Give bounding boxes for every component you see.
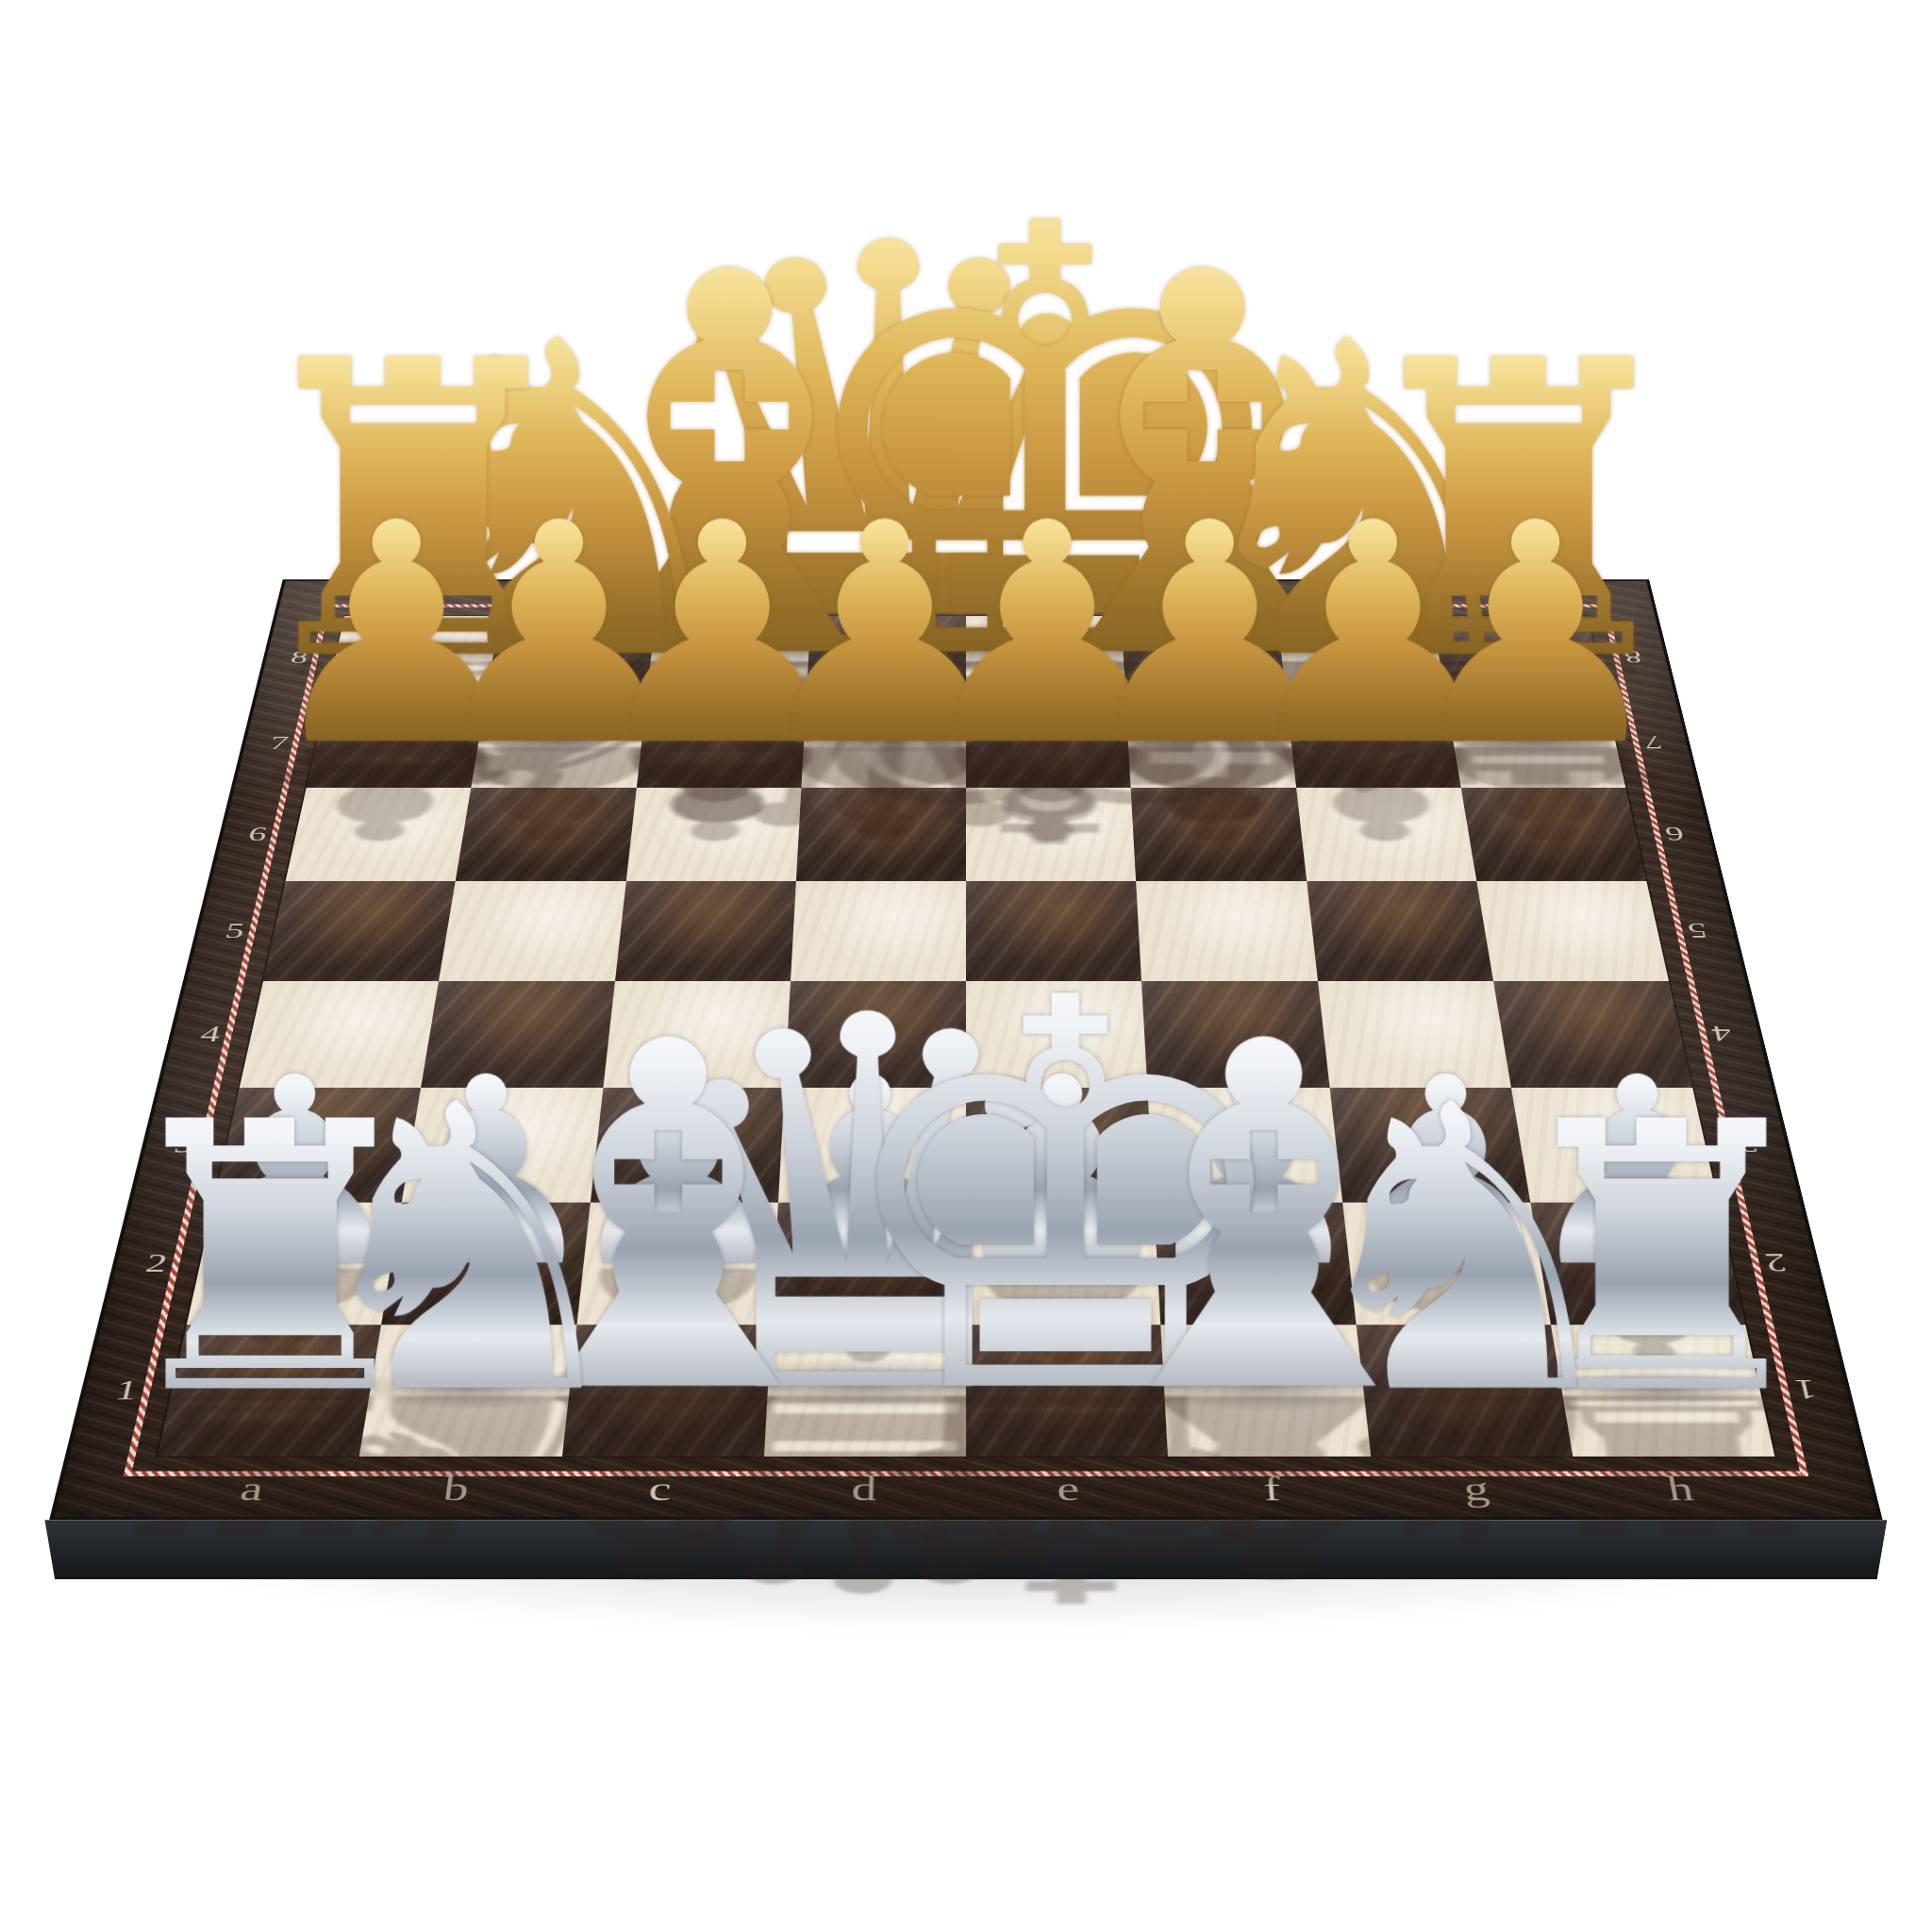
chess-board: abcdefgh1122334455667788 ♜♜♞♞♝♝♛♛♚♚♝♝♞♞♜… (49, 579, 1883, 1520)
square-h7[interactable] (1446, 699, 1625, 788)
square-h8[interactable] (1432, 616, 1606, 699)
square-d7[interactable] (801, 699, 966, 788)
square-b8[interactable] (486, 616, 655, 699)
square-g8[interactable] (1276, 616, 1445, 699)
square-g6[interactable] (1296, 788, 1476, 881)
square-c7[interactable] (636, 699, 806, 788)
square-d8[interactable] (806, 616, 966, 699)
square-e7[interactable] (966, 699, 1131, 788)
square-f6[interactable] (1131, 788, 1307, 881)
square-b7[interactable] (472, 699, 646, 788)
square-d6[interactable] (796, 788, 966, 881)
square-c8[interactable] (646, 616, 810, 699)
square-f8[interactable] (1122, 616, 1286, 699)
square-c6[interactable] (625, 788, 801, 881)
photo-backdrop: abcdefgh1122334455667788 ♜♜♞♞♝♝♛♛♚♚♝♝♞♞♜… (0, 0, 1932, 1932)
square-e6[interactable] (966, 788, 1136, 881)
piece-reflection: ♜ (1492, 1368, 1869, 1560)
square-b6[interactable] (456, 788, 636, 881)
square-g7[interactable] (1286, 699, 1460, 788)
square-h6[interactable] (1460, 788, 1646, 881)
square-h5[interactable] (1476, 881, 1669, 981)
knight-glyph: ♞ (292, 1054, 646, 1448)
square-a7[interactable] (307, 699, 486, 788)
square-e8[interactable] (966, 616, 1126, 699)
square-a5[interactable] (263, 881, 456, 981)
square-a8[interactable] (326, 616, 500, 699)
knight-glyph: ♞ (1286, 1054, 1640, 1448)
square-a6[interactable] (286, 788, 472, 881)
square-f7[interactable] (1126, 699, 1296, 788)
